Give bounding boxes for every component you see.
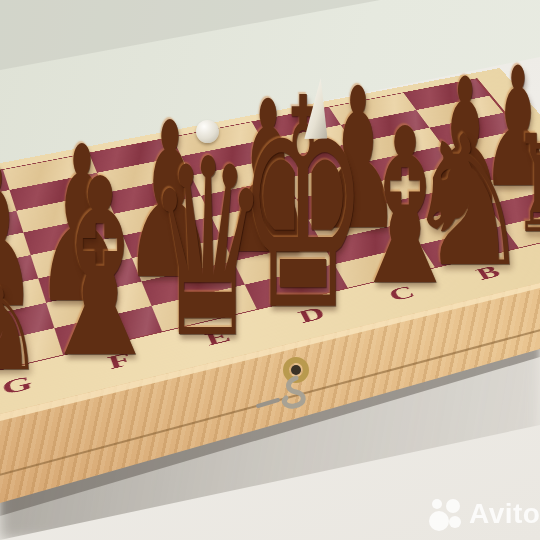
chess-piece-knight-g1: ♞: [0, 272, 43, 387]
listing-photo: HGFEDCBA ♟♞♟♝♟♛♟♚♟♝♟♞♟♜ Avito: [0, 0, 540, 540]
queen-ball-finial: [196, 120, 219, 143]
watermark: Avito: [428, 496, 540, 532]
metal-pin-icon: [258, 400, 278, 406]
chess-piece-bishop-f1: ♝: [32, 147, 168, 392]
watermark-text: Avito: [469, 498, 540, 530]
avito-logo-icon: [428, 496, 464, 532]
